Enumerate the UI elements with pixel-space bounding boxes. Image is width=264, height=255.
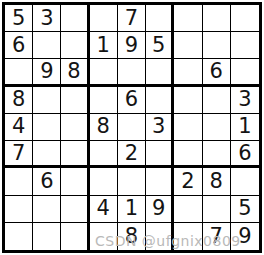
cell-r4c7[interactable] <box>174 87 202 114</box>
cell-r7c8[interactable]: 8 <box>203 168 231 195</box>
sudoku-page: 537619598686348317266284195879 CSDN @ufg… <box>0 0 264 255</box>
cell-r9c4[interactable] <box>90 223 118 250</box>
cell-r1c1[interactable]: 5 <box>5 5 33 32</box>
cell-r3c1[interactable] <box>5 59 33 86</box>
cell-r6c5[interactable]: 2 <box>118 141 146 168</box>
cell-r5c6[interactable]: 3 <box>146 114 174 141</box>
cell-r4c2[interactable] <box>33 87 61 114</box>
cell-r1c7[interactable] <box>174 5 202 32</box>
cell-r2c9[interactable] <box>231 32 259 59</box>
cell-r3c5[interactable] <box>118 59 146 86</box>
cell-r3c2[interactable]: 9 <box>33 59 61 86</box>
cell-r5c7[interactable] <box>174 114 202 141</box>
cell-r7c7[interactable]: 2 <box>174 168 202 195</box>
cell-r8c5[interactable]: 1 <box>118 196 146 223</box>
cell-r2c8[interactable] <box>203 32 231 59</box>
cell-r5c5[interactable] <box>118 114 146 141</box>
cell-r4c5[interactable]: 6 <box>118 87 146 114</box>
cell-r1c9[interactable] <box>231 5 259 32</box>
cell-r9c6[interactable] <box>146 223 174 250</box>
cell-r2c6[interactable]: 5 <box>146 32 174 59</box>
cell-r3c9[interactable] <box>231 59 259 86</box>
cell-r8c7[interactable] <box>174 196 202 223</box>
cell-r2c1[interactable]: 6 <box>5 32 33 59</box>
cell-r2c3[interactable] <box>61 32 89 59</box>
cell-r6c2[interactable] <box>33 141 61 168</box>
cell-r6c6[interactable] <box>146 141 174 168</box>
cell-r7c6[interactable] <box>146 168 174 195</box>
cell-r4c1[interactable]: 8 <box>5 87 33 114</box>
cell-r8c1[interactable] <box>5 196 33 223</box>
cell-r9c5[interactable]: 8 <box>118 223 146 250</box>
cell-r7c2[interactable]: 6 <box>33 168 61 195</box>
cell-r1c6[interactable] <box>146 5 174 32</box>
cell-r4c4[interactable] <box>90 87 118 114</box>
cell-r4c3[interactable] <box>61 87 89 114</box>
cell-r3c8[interactable]: 6 <box>203 59 231 86</box>
cell-r5c2[interactable] <box>33 114 61 141</box>
cell-r8c9[interactable]: 5 <box>231 196 259 223</box>
cell-r1c2[interactable]: 3 <box>33 5 61 32</box>
cell-r4c8[interactable] <box>203 87 231 114</box>
cell-r5c8[interactable] <box>203 114 231 141</box>
cell-r8c3[interactable] <box>61 196 89 223</box>
cell-r2c2[interactable] <box>33 32 61 59</box>
cell-r6c7[interactable] <box>174 141 202 168</box>
cell-r6c8[interactable] <box>203 141 231 168</box>
cell-r2c7[interactable] <box>174 32 202 59</box>
cell-r3c4[interactable] <box>90 59 118 86</box>
cell-r9c8[interactable]: 7 <box>203 223 231 250</box>
cell-r5c1[interactable]: 4 <box>5 114 33 141</box>
cell-r8c6[interactable]: 9 <box>146 196 174 223</box>
cell-r6c3[interactable] <box>61 141 89 168</box>
cell-r4c9[interactable]: 3 <box>231 87 259 114</box>
cell-r9c1[interactable] <box>5 223 33 250</box>
cell-r8c4[interactable]: 4 <box>90 196 118 223</box>
cell-r5c3[interactable] <box>61 114 89 141</box>
cell-r5c4[interactable]: 8 <box>90 114 118 141</box>
cell-r6c4[interactable] <box>90 141 118 168</box>
cell-r9c2[interactable] <box>33 223 61 250</box>
sudoku-board: 537619598686348317266284195879 <box>2 2 262 253</box>
cell-r1c3[interactable] <box>61 5 89 32</box>
cell-r4c6[interactable] <box>146 87 174 114</box>
cell-r9c9[interactable]: 9 <box>231 223 259 250</box>
cell-r3c7[interactable] <box>174 59 202 86</box>
cell-r1c8[interactable] <box>203 5 231 32</box>
cell-r6c1[interactable]: 7 <box>5 141 33 168</box>
cell-r6c9[interactable]: 6 <box>231 141 259 168</box>
cell-r8c8[interactable] <box>203 196 231 223</box>
cell-r9c3[interactable] <box>61 223 89 250</box>
cell-r3c6[interactable] <box>146 59 174 86</box>
cell-r2c5[interactable]: 9 <box>118 32 146 59</box>
cell-r7c4[interactable] <box>90 168 118 195</box>
cell-r5c9[interactable]: 1 <box>231 114 259 141</box>
cell-r2c4[interactable]: 1 <box>90 32 118 59</box>
cell-r7c9[interactable] <box>231 168 259 195</box>
cell-r7c3[interactable] <box>61 168 89 195</box>
cell-r9c7[interactable] <box>174 223 202 250</box>
cell-r3c3[interactable]: 8 <box>61 59 89 86</box>
cell-r8c2[interactable] <box>33 196 61 223</box>
cell-r1c4[interactable] <box>90 5 118 32</box>
cell-r7c1[interactable] <box>5 168 33 195</box>
cell-r1c5[interactable]: 7 <box>118 5 146 32</box>
cell-r7c5[interactable] <box>118 168 146 195</box>
